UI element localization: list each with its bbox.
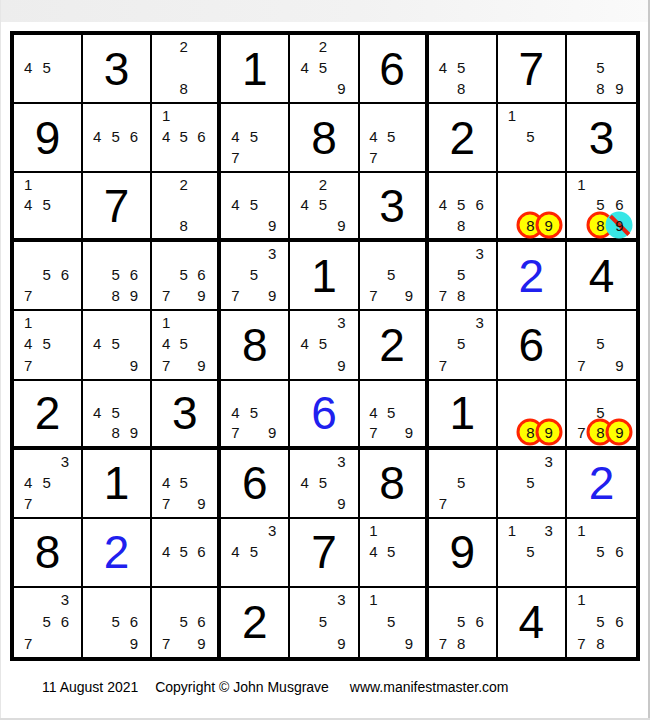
cell-r6c6[interactable]: 4579 <box>360 381 429 450</box>
candidate-digit: 5 <box>42 197 50 212</box>
candidate-slot-6 <box>400 402 418 422</box>
candidate-slot-2 <box>314 312 332 333</box>
candidate-digit: 4 <box>439 197 447 212</box>
cell-r5c1[interactable]: 1457 <box>14 311 83 380</box>
candidate-slot-4: 4 <box>88 126 106 147</box>
cell-r6c2[interactable]: 4589 <box>83 381 152 450</box>
candidate-slot-2 <box>175 451 193 472</box>
candidate-digit: 9 <box>197 636 205 651</box>
candidate-digit: 8 <box>111 425 119 440</box>
cell-r4c6[interactable]: 579 <box>360 242 429 311</box>
candidate-slot-9 <box>400 147 418 168</box>
candidate-digit: 9 <box>615 425 623 440</box>
cell-r3c5[interactable]: 2459 <box>290 173 359 242</box>
given-digit: 3 <box>152 381 217 446</box>
cell-r2c5[interactable]: 8 <box>290 104 359 173</box>
cell-r6c4[interactable]: 4579 <box>221 381 290 450</box>
candidate-slot-8 <box>591 562 610 583</box>
candidate-digit: 8 <box>596 636 604 651</box>
cell-r2c8[interactable]: 15 <box>498 104 567 173</box>
cell-r6c8[interactable]: 89 <box>498 381 567 450</box>
candidate-digit: 3 <box>545 454 553 469</box>
candidate-slot-8 <box>106 632 124 654</box>
candidate-slot-9 <box>125 147 143 168</box>
given-digit: 8 <box>290 104 357 171</box>
pencil-marks: 14579 <box>157 312 210 375</box>
cell-r5c5[interactable]: 3459 <box>290 311 359 380</box>
candidate-digit: 5 <box>42 60 50 75</box>
candidate-slot-6 <box>193 333 211 354</box>
cell-r5c6[interactable]: 2 <box>360 311 429 380</box>
candidate-slot-3 <box>193 105 211 126</box>
pencil-marks: 459 <box>226 174 281 235</box>
candidate-slot-8 <box>175 285 193 306</box>
sudoku-board: 4532812459645875899456145645784572153145… <box>10 31 640 661</box>
given-digit: 4 <box>498 588 565 657</box>
candidate-slot-8: 8 <box>452 285 470 306</box>
pencil-marks: 3459 <box>295 451 350 514</box>
entered-digit: 2 <box>498 242 565 309</box>
candidate-digit: 4 <box>369 129 377 144</box>
pencil-marks: 156 <box>572 520 629 583</box>
cell-r5c3[interactable]: 14579 <box>152 311 221 380</box>
candidate-slot-5: 5 <box>521 126 539 147</box>
candidate-slot-7 <box>572 78 591 99</box>
candidate-slot-6 <box>332 472 350 493</box>
candidate-digit: 1 <box>24 315 32 330</box>
cell-r8c6[interactable]: 145 <box>360 519 429 588</box>
cell-r7c2[interactable]: 1 <box>83 450 152 519</box>
candidate-slot-9: 9 <box>125 422 143 442</box>
candidate-slot-4: 4 <box>295 472 313 493</box>
candidate-slot-5: 5 <box>452 611 470 633</box>
candidate-slot-3 <box>332 174 350 194</box>
candidate-slot-1 <box>295 174 313 194</box>
candidate-slot-1 <box>572 312 591 333</box>
candidate-digit: 5 <box>180 544 188 559</box>
candidate-slot-5: 5 <box>521 541 539 562</box>
candidate-digit: 3 <box>337 454 345 469</box>
cell-r3c2[interactable]: 7 <box>83 173 152 242</box>
candidate-slot-8 <box>245 285 263 306</box>
cell-r1c6[interactable]: 6 <box>360 35 429 104</box>
candidate-slot-8 <box>591 355 610 376</box>
cell-r3c7[interactable]: 4568 <box>429 173 498 242</box>
cell-r1c9[interactable]: 589 <box>567 35 636 104</box>
candidate-digit: 1 <box>508 108 516 123</box>
candidate-slot-5: 5 <box>521 472 539 493</box>
candidate-slot-2 <box>175 520 193 541</box>
candidate-slot-8: 8 <box>175 78 193 99</box>
candidate-digit: 6 <box>615 544 623 559</box>
candidate-slot-9: 9 <box>332 632 350 654</box>
candidate-slot-2 <box>452 451 470 472</box>
candidate-slot-8 <box>175 562 193 583</box>
candidate-slot-7: 7 <box>365 285 383 306</box>
candidate-digit: 9 <box>337 358 345 373</box>
candidate-slot-2 <box>452 36 470 57</box>
candidate-slot-8 <box>521 562 539 583</box>
candidate-slot-9 <box>540 147 558 168</box>
candidate-slot-4: 4 <box>157 333 175 354</box>
candidate-slot-9: 9 <box>400 285 418 306</box>
cell-r1c1[interactable]: 45 <box>14 35 83 104</box>
cell-r2c6[interactable]: 457 <box>360 104 429 173</box>
candidate-slot-1 <box>226 520 244 541</box>
candidate-digit: 5 <box>596 336 604 351</box>
cell-r3c8[interactable]: 89 <box>498 173 567 242</box>
given-digit: 3 <box>83 35 150 102</box>
cell-r7c7[interactable]: 57 <box>429 450 498 519</box>
candidate-slot-8 <box>314 493 332 514</box>
candidate-slot-1 <box>503 382 521 402</box>
candidate-slot-6 <box>400 126 418 147</box>
cell-r8c5[interactable]: 7 <box>290 519 359 588</box>
candidate-slot-9 <box>540 493 558 514</box>
cell-r9c7[interactable]: 5678 <box>429 588 498 657</box>
candidate-slot-9 <box>193 215 211 235</box>
cell-r9c6[interactable]: 159 <box>360 588 429 657</box>
cell-r5c2[interactable]: 459 <box>83 311 152 380</box>
candidate-slot-7 <box>503 493 521 514</box>
candidate-slot-2 <box>245 243 263 264</box>
pencil-marks: 4568 <box>434 174 489 235</box>
candidate-digit: 5 <box>457 60 465 75</box>
footer: 11 August 2021 Copyright © John Musgrave… <box>42 679 509 695</box>
candidate-digit: 4 <box>162 544 170 559</box>
candidate-digit: 3 <box>337 592 345 607</box>
candidate-slot-8 <box>245 422 263 442</box>
candidate-slot-5: 5 <box>106 126 124 147</box>
candidate-slot-3 <box>610 36 629 57</box>
candidate-digit: 1 <box>577 523 585 538</box>
candidate-digit: 9 <box>130 358 138 373</box>
candidate-slot-3 <box>263 174 281 194</box>
candidate-digit: 5 <box>526 475 534 490</box>
candidate-digit: 5 <box>111 267 119 282</box>
candidate-digit: 1 <box>24 177 32 192</box>
candidate-slot-7: 7 <box>19 355 37 376</box>
cell-r7c8[interactable]: 35 <box>498 450 567 519</box>
cell-r2c1[interactable]: 9 <box>14 104 83 173</box>
cell-r7c1[interactable]: 3457 <box>14 450 83 519</box>
candidate-digit: 5 <box>457 336 465 351</box>
pencil-marks: 4579 <box>365 382 418 443</box>
candidate-digit: 4 <box>162 475 170 490</box>
cell-r8c1[interactable]: 8 <box>14 519 83 588</box>
candidate-slot-6 <box>193 57 211 78</box>
candidate-slot-1 <box>157 520 175 541</box>
candidate-slot-3: 3 <box>470 243 488 264</box>
candidate-slot-9 <box>193 562 211 583</box>
candidate-slot-3: 3 <box>263 520 281 541</box>
candidate-slot-2 <box>591 36 610 57</box>
candidate-slot-1 <box>226 105 244 126</box>
candidate-digit: 4 <box>231 544 239 559</box>
pencil-marks: 145 <box>19 174 74 235</box>
entered-digit: 2 <box>83 519 150 586</box>
candidate-slot-3 <box>193 520 211 541</box>
candidate-slot-8 <box>452 355 470 376</box>
candidate-slot-7 <box>365 632 383 654</box>
candidate-slot-8: 8 <box>106 422 124 442</box>
candidate-digit: 5 <box>319 60 327 75</box>
candidate-slot-6 <box>263 264 281 285</box>
candidate-digit: 5 <box>250 129 258 144</box>
candidate-digit: 9 <box>268 218 276 233</box>
candidate-slot-4 <box>295 611 313 633</box>
cell-r7c3[interactable]: 4579 <box>152 450 221 519</box>
candidate-digit: 6 <box>130 129 138 144</box>
candidate-digit: 6 <box>197 129 205 144</box>
candidate-slot-2 <box>314 589 332 611</box>
candidate-slot-6 <box>263 126 281 147</box>
candidate-slot-6 <box>540 541 558 562</box>
pencil-marks: 135 <box>503 520 558 583</box>
cell-r9c8[interactable]: 4 <box>498 588 567 657</box>
cell-r6c3[interactable]: 3 <box>152 381 221 450</box>
candidate-slot-9: 9 <box>400 632 418 654</box>
candidate-slot-9: 9 <box>263 422 281 442</box>
candidate-digit: 5 <box>457 267 465 282</box>
candidate-slot-2 <box>521 174 539 194</box>
candidate-digit: 4 <box>369 544 377 559</box>
candidate-digit: 9 <box>268 425 276 440</box>
candidate-digit: 5 <box>319 614 327 629</box>
candidate-slot-9: 9 <box>332 355 350 376</box>
cell-r9c4[interactable]: 2 <box>221 588 290 657</box>
candidate-digit: 5 <box>111 129 119 144</box>
cell-r9c2[interactable]: 569 <box>83 588 152 657</box>
cell-r5c7[interactable]: 357 <box>429 311 498 380</box>
candidate-slot-8 <box>37 215 55 235</box>
cell-r4c4[interactable]: 3579 <box>221 242 290 311</box>
given-digit: 6 <box>360 35 425 102</box>
candidate-slot-9: 9 <box>400 422 418 442</box>
cell-r6c5[interactable]: 6 <box>290 381 359 450</box>
candidate-slot-1: 1 <box>19 312 37 333</box>
candidate-slot-2 <box>591 520 610 541</box>
candidate-slot-8 <box>382 632 400 654</box>
candidate-slot-1 <box>295 589 313 611</box>
candidate-slot-5: 5 <box>382 541 400 562</box>
candidate-slot-8: 8 <box>452 632 470 654</box>
candidate-slot-7 <box>157 78 175 99</box>
cell-r9c1[interactable]: 3567 <box>14 588 83 657</box>
cell-r5c4[interactable]: 8 <box>221 311 290 380</box>
candidate-digit: 3 <box>61 454 69 469</box>
cell-r1c8[interactable]: 7 <box>498 35 567 104</box>
cell-r3c3[interactable]: 28 <box>152 173 221 242</box>
candidate-digit: 4 <box>93 129 101 144</box>
cell-r4c9[interactable]: 4 <box>567 242 636 311</box>
candidate-slot-3: 3 <box>470 312 488 333</box>
candidate-slot-8 <box>314 78 332 99</box>
pencil-marks: 89 <box>503 174 558 235</box>
candidate-digit: 1 <box>577 592 585 607</box>
candidate-slot-6: 6 <box>125 264 143 285</box>
candidate-slot-4 <box>572 57 591 78</box>
candidate-slot-5: 5 <box>314 472 332 493</box>
cell-r4c7[interactable]: 3578 <box>429 242 498 311</box>
candidate-digit: 7 <box>439 496 447 511</box>
candidate-slot-8 <box>245 562 263 583</box>
cell-r1c5[interactable]: 2459 <box>290 35 359 104</box>
candidate-slot-1: 1 <box>157 105 175 126</box>
cell-r8c2[interactable]: 2 <box>83 519 152 588</box>
cell-r2c4[interactable]: 457 <box>221 104 290 173</box>
candidate-slot-2 <box>106 243 124 264</box>
cell-r3c6[interactable]: 3 <box>360 173 429 242</box>
candidate-slot-6: 6 <box>56 611 74 633</box>
candidate-slot-7: 7 <box>434 632 452 654</box>
candidate-digit: 5 <box>250 267 258 282</box>
candidate-slot-4 <box>226 264 244 285</box>
candidate-digit: 4 <box>162 336 170 351</box>
cell-r4c1[interactable]: 567 <box>14 242 83 311</box>
cell-r7c6[interactable]: 8 <box>360 450 429 519</box>
cell-r8c3[interactable]: 456 <box>152 519 221 588</box>
candidate-slot-5: 5 <box>452 57 470 78</box>
cell-r1c3[interactable]: 28 <box>152 35 221 104</box>
candidate-digit: 6 <box>475 614 483 629</box>
candidate-slot-8: 8 <box>175 215 193 235</box>
candidate-slot-1 <box>503 451 521 472</box>
candidate-slot-8 <box>314 355 332 376</box>
cell-r1c2[interactable]: 3 <box>83 35 152 104</box>
candidate-slot-6 <box>470 57 488 78</box>
candidate-slot-4: 4 <box>295 333 313 354</box>
cell-r5c9[interactable]: 579 <box>567 311 636 380</box>
candidate-slot-1 <box>572 36 591 57</box>
cell-r8c9[interactable]: 156 <box>567 519 636 588</box>
candidate-digit: 5 <box>596 544 604 559</box>
candidate-slot-3 <box>263 382 281 402</box>
candidate-digit: 9 <box>405 636 413 651</box>
candidate-slot-1: 1 <box>572 520 591 541</box>
cell-r4c2[interactable]: 5689 <box>83 242 152 311</box>
cell-r4c5[interactable]: 1 <box>290 242 359 311</box>
candidate-slot-9: 9 <box>193 285 211 306</box>
cell-r2c3[interactable]: 1456 <box>152 104 221 173</box>
candidate-slot-1 <box>157 174 175 194</box>
candidate-slot-6 <box>193 472 211 493</box>
pencil-marks: 5689 <box>88 243 143 306</box>
pencil-marks: 145 <box>365 520 418 583</box>
cell-r2c2[interactable]: 456 <box>83 104 152 173</box>
candidate-slot-6 <box>263 541 281 562</box>
candidate-slot-9 <box>56 78 74 99</box>
candidate-slot-2 <box>245 174 263 194</box>
candidate-digit: 5 <box>526 544 534 559</box>
cell-r9c5[interactable]: 359 <box>290 588 359 657</box>
cell-r6c1[interactable]: 2 <box>14 381 83 450</box>
cell-r2c9[interactable]: 3 <box>567 104 636 173</box>
candidate-slot-1 <box>88 243 106 264</box>
candidate-digit: 6 <box>197 267 205 282</box>
candidate-slot-4: 4 <box>434 195 452 215</box>
candidate-slot-2: 2 <box>175 36 193 57</box>
cell-r8c7[interactable]: 9 <box>429 519 498 588</box>
candidate-slot-8 <box>314 632 332 654</box>
candidate-slot-4: 4 <box>226 195 244 215</box>
pencil-marks: 15689 <box>572 174 629 235</box>
given-digit: 1 <box>429 381 496 446</box>
cell-r8c4[interactable]: 345 <box>221 519 290 588</box>
candidate-slot-1 <box>503 174 521 194</box>
candidate-slot-3 <box>470 451 488 472</box>
cell-r4c8[interactable]: 2 <box>498 242 567 311</box>
candidate-digit: 9 <box>545 218 553 233</box>
candidate-slot-3 <box>610 174 629 194</box>
cell-r9c9[interactable]: 15678 <box>567 588 636 657</box>
candidate-slot-9 <box>470 493 488 514</box>
cell-r9c3[interactable]: 5679 <box>152 588 221 657</box>
candidate-slot-6 <box>332 57 350 78</box>
cell-r1c4[interactable]: 1 <box>221 35 290 104</box>
candidate-slot-5: 5 <box>175 126 193 147</box>
candidate-slot-2 <box>106 382 124 402</box>
candidate-digit: 7 <box>369 288 377 303</box>
cell-r7c4[interactable]: 6 <box>221 450 290 519</box>
cell-r4c3[interactable]: 5679 <box>152 242 221 311</box>
candidate-digit: 9 <box>197 358 205 373</box>
pencil-marks: 458 <box>434 36 489 99</box>
candidate-slot-4 <box>503 126 521 147</box>
candidate-slot-1 <box>365 105 383 126</box>
candidate-slot-3 <box>56 174 74 194</box>
candidate-slot-2 <box>382 243 400 264</box>
cell-r3c9[interactable]: 15689 <box>567 173 636 242</box>
candidate-slot-3 <box>610 312 629 333</box>
candidate-slot-5: 5 <box>245 402 263 422</box>
cell-r6c7[interactable]: 1 <box>429 381 498 450</box>
cell-r1c7[interactable]: 458 <box>429 35 498 104</box>
candidate-digit: 5 <box>111 336 119 351</box>
cell-r3c1[interactable]: 145 <box>14 173 83 242</box>
candidate-slot-2 <box>245 382 263 402</box>
candidate-slot-6: 6 <box>610 541 629 562</box>
candidate-slot-7: 7 <box>19 632 37 654</box>
candidate-slot-1: 1 <box>572 174 591 194</box>
pencil-marks: 456 <box>157 520 210 583</box>
cell-r6c9[interactable]: 5789 <box>567 381 636 450</box>
candidate-slot-2 <box>591 174 610 194</box>
candidate-digit: 9 <box>615 81 623 96</box>
cell-r7c9[interactable]: 2 <box>567 450 636 519</box>
cell-r3c4[interactable]: 459 <box>221 173 290 242</box>
cell-r7c5[interactable]: 3459 <box>290 450 359 519</box>
candidate-slot-9 <box>470 285 488 306</box>
candidate-slot-7: 7 <box>434 493 452 514</box>
given-digit: 4 <box>567 242 636 309</box>
candidate-slot-6 <box>263 402 281 422</box>
candidate-slot-6: 6 <box>193 541 211 562</box>
cell-r5c8[interactable]: 6 <box>498 311 567 380</box>
cell-r2c7[interactable]: 2 <box>429 104 498 173</box>
candidate-slot-2 <box>452 174 470 194</box>
cell-r8c8[interactable]: 135 <box>498 519 567 588</box>
candidate-slot-4: 4 <box>157 126 175 147</box>
candidate-slot-8: 8 <box>452 215 470 235</box>
candidate-slot-8 <box>37 632 55 654</box>
pencil-marks: 569 <box>88 589 143 654</box>
candidate-slot-4 <box>434 264 452 285</box>
given-digit: 1 <box>221 35 288 102</box>
candidate-slot-3: 3 <box>332 312 350 333</box>
candidate-digit: 7 <box>369 425 377 440</box>
candidate-slot-2 <box>37 589 55 611</box>
